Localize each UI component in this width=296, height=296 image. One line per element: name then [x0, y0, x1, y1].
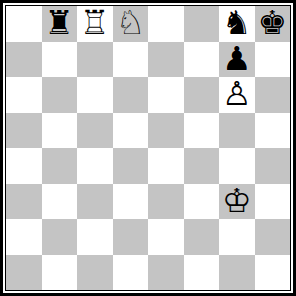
square-b7[interactable] — [42, 42, 78, 78]
square-h2[interactable] — [255, 219, 291, 255]
square-f1[interactable] — [184, 255, 220, 291]
square-b8[interactable]: ♜ — [42, 6, 78, 42]
white-knight: ♘ — [115, 6, 145, 39]
square-h8[interactable]: ♚ — [255, 6, 291, 42]
square-b6[interactable] — [42, 77, 78, 113]
square-e1[interactable] — [148, 255, 184, 291]
square-h7[interactable] — [255, 42, 291, 78]
black-knight: ♞ — [222, 6, 252, 39]
square-g4[interactable] — [219, 148, 255, 184]
square-g3[interactable]: ♔ — [219, 184, 255, 220]
square-a6[interactable] — [6, 77, 42, 113]
square-d1[interactable] — [113, 255, 149, 291]
square-h3[interactable] — [255, 184, 291, 220]
square-d4[interactable] — [113, 148, 149, 184]
square-f3[interactable] — [184, 184, 220, 220]
black-rook: ♜ — [44, 6, 74, 39]
square-c6[interactable] — [77, 77, 113, 113]
square-f6[interactable] — [184, 77, 220, 113]
board-frame: ♜♖♘♞♚♟♙♔ — [3, 3, 293, 293]
square-b2[interactable] — [42, 219, 78, 255]
square-e5[interactable] — [148, 113, 184, 149]
square-c4[interactable] — [77, 148, 113, 184]
square-a7[interactable] — [6, 42, 42, 78]
square-d8[interactable]: ♘ — [113, 6, 149, 42]
square-h6[interactable] — [255, 77, 291, 113]
square-e2[interactable] — [148, 219, 184, 255]
square-d3[interactable] — [113, 184, 149, 220]
square-c7[interactable] — [77, 42, 113, 78]
square-c1[interactable] — [77, 255, 113, 291]
square-f2[interactable] — [184, 219, 220, 255]
square-g2[interactable] — [219, 219, 255, 255]
square-f4[interactable] — [184, 148, 220, 184]
square-c2[interactable] — [77, 219, 113, 255]
white-king: ♔ — [222, 184, 252, 217]
chess-diagram: ♜♖♘♞♚♟♙♔ — [0, 0, 296, 296]
square-b4[interactable] — [42, 148, 78, 184]
square-a1[interactable] — [6, 255, 42, 291]
square-f5[interactable] — [184, 113, 220, 149]
square-g6[interactable]: ♙ — [219, 77, 255, 113]
white-rook: ♖ — [80, 6, 110, 39]
square-e6[interactable] — [148, 77, 184, 113]
square-e3[interactable] — [148, 184, 184, 220]
square-h4[interactable] — [255, 148, 291, 184]
square-f8[interactable] — [184, 6, 220, 42]
board-inner-frame: ♜♖♘♞♚♟♙♔ — [5, 5, 291, 291]
square-d7[interactable] — [113, 42, 149, 78]
square-c8[interactable]: ♖ — [77, 6, 113, 42]
chess-board: ♜♖♘♞♚♟♙♔ — [6, 6, 290, 290]
square-d2[interactable] — [113, 219, 149, 255]
square-a3[interactable] — [6, 184, 42, 220]
square-c3[interactable] — [77, 184, 113, 220]
square-h1[interactable] — [255, 255, 291, 291]
square-e8[interactable] — [148, 6, 184, 42]
square-g8[interactable]: ♞ — [219, 6, 255, 42]
square-a2[interactable] — [6, 219, 42, 255]
square-a4[interactable] — [6, 148, 42, 184]
square-e7[interactable] — [148, 42, 184, 78]
square-b3[interactable] — [42, 184, 78, 220]
square-a5[interactable] — [6, 113, 42, 149]
square-d5[interactable] — [113, 113, 149, 149]
square-e4[interactable] — [148, 148, 184, 184]
square-c5[interactable] — [77, 113, 113, 149]
square-a8[interactable] — [6, 6, 42, 42]
square-g1[interactable] — [219, 255, 255, 291]
square-b1[interactable] — [42, 255, 78, 291]
square-d6[interactable] — [113, 77, 149, 113]
black-pawn: ♟ — [222, 42, 252, 75]
square-b5[interactable] — [42, 113, 78, 149]
square-g5[interactable] — [219, 113, 255, 149]
square-g7[interactable]: ♟ — [219, 42, 255, 78]
square-h5[interactable] — [255, 113, 291, 149]
square-f7[interactable] — [184, 42, 220, 78]
white-pawn: ♙ — [222, 77, 252, 110]
black-king: ♚ — [257, 6, 287, 39]
